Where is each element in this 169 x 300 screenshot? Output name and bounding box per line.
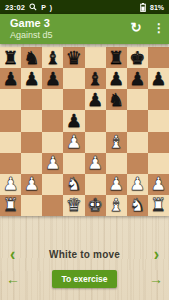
square-d1[interactable]: ♛ [63, 195, 84, 216]
square-d7[interactable] [63, 68, 84, 89]
square-a1[interactable]: ♜ [0, 195, 21, 216]
overflow-menu-icon[interactable]: ⋮ [153, 21, 165, 35]
status-bar: 23:02 P ) 81% [0, 0, 169, 14]
black-pawn-piece: ♟ [45, 69, 61, 87]
square-g2[interactable]: ♟ [127, 174, 148, 195]
square-a4[interactable] [0, 132, 21, 153]
white-rook-piece: ♜ [150, 196, 166, 214]
square-d5[interactable]: ♟ [63, 110, 84, 131]
square-e3[interactable]: ♟ [85, 153, 106, 174]
square-e6[interactable]: ♟ [85, 89, 106, 110]
black-pawn-piece: ♟ [150, 69, 166, 87]
white-pawn-piece: ♟ [129, 175, 145, 193]
square-g6[interactable] [127, 89, 148, 110]
forward-arrow-icon[interactable]: → [149, 272, 163, 286]
square-h3[interactable] [148, 153, 169, 174]
square-e7[interactable]: ♝ [85, 68, 106, 89]
square-a6[interactable] [0, 89, 21, 110]
square-e1[interactable]: ♚ [85, 195, 106, 216]
white-bishop-piece: ♝ [108, 196, 124, 214]
clock-time: 23:02 [5, 3, 25, 12]
square-g3[interactable] [127, 153, 148, 174]
black-bishop-piece: ♝ [45, 48, 61, 66]
square-f6[interactable]: ♞ [106, 89, 127, 110]
square-d4[interactable]: ♟ [63, 132, 84, 153]
p-notification-icon: P [41, 4, 46, 11]
square-c6[interactable] [42, 89, 63, 110]
square-e5[interactable] [85, 110, 106, 131]
page-title: Game 3 [10, 17, 169, 30]
square-f3[interactable] [106, 153, 127, 174]
black-pawn-piece: ♟ [87, 90, 103, 108]
square-g1[interactable]: ♞ [127, 195, 148, 216]
battery-icon [140, 3, 146, 12]
square-a3[interactable] [0, 153, 21, 174]
square-f5[interactable] [106, 110, 127, 131]
square-e8[interactable] [85, 47, 106, 68]
square-h1[interactable]: ♜ [148, 195, 169, 216]
app-screen: 23:02 P ) 81% Game 3 Against d5 ↻ ⋮ ♜♞♝♛… [0, 0, 169, 300]
square-c3[interactable]: ♟ [42, 153, 63, 174]
square-h4[interactable] [148, 132, 169, 153]
square-g5[interactable] [127, 110, 148, 131]
white-pawn-piece: ♟ [66, 133, 82, 151]
square-a7[interactable]: ♟ [0, 68, 21, 89]
white-knight-piece: ♞ [129, 196, 145, 214]
square-c7[interactable]: ♟ [42, 68, 63, 89]
square-h5[interactable] [148, 110, 169, 131]
black-rook-piece: ♜ [108, 48, 124, 66]
black-pawn-piece: ♟ [108, 69, 124, 87]
square-g8[interactable]: ♚ [127, 47, 148, 68]
turn-status-text: White to move [49, 249, 120, 260]
black-queen-piece: ♛ [66, 48, 82, 66]
square-a2[interactable]: ♟ [0, 174, 21, 195]
square-e4[interactable] [85, 132, 106, 153]
square-b5[interactable] [21, 110, 42, 131]
search-icon [29, 3, 37, 11]
square-d8[interactable]: ♛ [63, 47, 84, 68]
black-pawn-piece: ♟ [2, 69, 18, 87]
move-status-row: ‹ White to move › [0, 244, 169, 264]
square-f7[interactable]: ♟ [106, 68, 127, 89]
square-h7[interactable]: ♟ [148, 68, 169, 89]
square-f4[interactable]: ♝ [106, 132, 127, 153]
white-rook-piece: ♜ [2, 196, 18, 214]
square-b8[interactable]: ♞ [21, 47, 42, 68]
black-pawn-piece: ♟ [129, 69, 145, 87]
black-knight-piece: ♞ [108, 90, 124, 108]
square-c8[interactable]: ♝ [42, 47, 63, 68]
white-pawn-piece: ♟ [24, 175, 40, 193]
white-queen-piece: ♛ [66, 196, 82, 214]
square-e2[interactable] [85, 174, 106, 195]
square-c5[interactable] [42, 110, 63, 131]
black-rook-piece: ♜ [2, 48, 18, 66]
next-chevron-icon[interactable]: › [152, 245, 161, 263]
black-pawn-piece: ♟ [66, 111, 82, 129]
white-bishop-piece: ♝ [108, 133, 124, 151]
black-knight-piece: ♞ [24, 48, 40, 66]
white-pawn-piece: ♟ [150, 175, 166, 193]
square-d6[interactable] [63, 89, 84, 110]
square-h6[interactable] [148, 89, 169, 110]
page-subtitle: Against d5 [10, 30, 169, 41]
battery-percent: 81% [150, 4, 164, 11]
square-b7[interactable]: ♟ [21, 68, 42, 89]
white-pawn-piece: ♟ [87, 154, 103, 172]
square-h8[interactable] [148, 47, 169, 68]
square-g4[interactable] [127, 132, 148, 153]
square-b3[interactable] [21, 153, 42, 174]
white-knight-piece: ♞ [66, 175, 82, 193]
white-king-piece: ♚ [87, 196, 103, 214]
back-arrow-icon[interactable]: ← [6, 272, 20, 286]
square-f2[interactable]: ♟ [106, 174, 127, 195]
square-d2[interactable]: ♞ [63, 174, 84, 195]
square-a8[interactable]: ♜ [0, 47, 21, 68]
square-b4[interactable] [21, 132, 42, 153]
square-h2[interactable]: ♟ [148, 174, 169, 195]
black-king-piece: ♚ [129, 48, 145, 66]
app-header: Game 3 Against d5 ↻ ⋮ [0, 14, 169, 44]
to-exercise-button[interactable]: To exercise [52, 270, 116, 288]
square-g7[interactable]: ♟ [127, 68, 148, 89]
black-pawn-piece: ♟ [24, 69, 40, 87]
square-b2[interactable]: ♟ [21, 174, 42, 195]
white-pawn-piece: ♟ [45, 154, 61, 172]
refresh-icon[interactable]: ↻ [128, 20, 144, 35]
square-c2[interactable] [42, 174, 63, 195]
square-f1[interactable]: ♝ [106, 195, 127, 216]
square-b6[interactable] [21, 89, 42, 110]
square-b1[interactable] [21, 195, 42, 216]
chess-board[interactable]: ♜♞♝♛♜♚♟♟♟♝♟♟♟♟♞♟♟♝♟♟♟♟♞♟♟♟♜♛♚♝♞♜ [0, 47, 169, 216]
square-a5[interactable] [0, 110, 21, 131]
black-bishop-piece: ♝ [87, 69, 103, 87]
crescent-icon: ) [50, 4, 52, 11]
square-c1[interactable] [42, 195, 63, 216]
square-c4[interactable] [42, 132, 63, 153]
square-f8[interactable]: ♜ [106, 47, 127, 68]
white-pawn-piece: ♟ [108, 175, 124, 193]
square-d3[interactable] [63, 153, 84, 174]
previous-chevron-icon[interactable]: ‹ [8, 245, 17, 263]
exercise-row: ← To exercise → [0, 269, 169, 289]
white-pawn-piece: ♟ [2, 175, 18, 193]
